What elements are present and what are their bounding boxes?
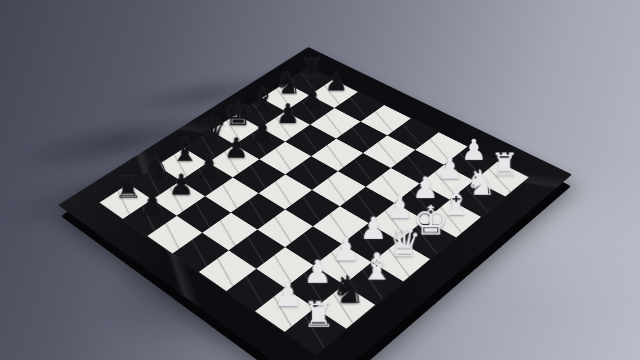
- square-d7[interactable]: ♟: [208, 145, 259, 178]
- black-knight-b8[interactable]: ♞: [135, 151, 180, 184]
- square-c8[interactable]: ♝: [157, 148, 208, 181]
- render-scene: ♜♞♝♛♚♝♞♜♟♟♟♟♟♟♟♟♟♟♟♟♟♟♟♟♜♞♝♛♚♝♞♜: [0, 0, 640, 360]
- square-g7[interactable]: ♟: [285, 95, 334, 124]
- perspective-container: ♜♞♝♛♚♝♞♜♟♟♟♟♟♟♟♟♟♟♟♟♟♟♟♟♜♞♝♛♚♝♞♜: [0, 0, 640, 360]
- square-e5[interactable]: [285, 156, 338, 190]
- square-f4[interactable]: [338, 153, 391, 187]
- chess-board: ♜♞♝♛♚♝♞♜♟♟♟♟♟♟♟♟♟♟♟♟♟♟♟♟♜♞♝♛♚♝♞♜: [100, 68, 529, 354]
- black-pawn-f7[interactable]: ♟: [267, 101, 310, 128]
- square-e6[interactable]: [259, 142, 311, 175]
- black-pawn-g7[interactable]: ♟: [291, 84, 333, 111]
- white-rook-a1[interactable]: ♜: [292, 297, 345, 333]
- black-queen-d8[interactable]: ♛: [190, 114, 234, 148]
- black-pawn-c7[interactable]: ♟: [187, 152, 232, 180]
- square-f6[interactable]: [285, 125, 336, 157]
- square-h7[interactable]: ♟: [310, 80, 358, 109]
- black-pawn-a7[interactable]: ♟: [129, 190, 176, 219]
- square-f8[interactable]: ♝: [236, 98, 285, 128]
- black-pawn-h7[interactable]: ♟: [316, 69, 358, 95]
- black-pawn-d7[interactable]: ♟: [214, 135, 258, 163]
- square-g5[interactable]: [336, 122, 387, 154]
- black-bishop-f8[interactable]: ♝: [242, 83, 284, 114]
- square-h6[interactable]: [335, 92, 384, 121]
- black-pawn-e7[interactable]: ♟: [241, 117, 285, 144]
- square-e8[interactable]: ♚: [211, 114, 261, 145]
- square-h8[interactable]: ♜: [285, 68, 333, 96]
- square-e7[interactable]: ♟: [235, 128, 286, 160]
- square-g6[interactable]: [310, 108, 360, 138]
- square-a1[interactable]: ♜: [285, 308, 346, 354]
- square-f5[interactable]: [311, 139, 363, 172]
- square-a7[interactable]: ♟: [123, 199, 177, 235]
- square-d8[interactable]: ♛: [184, 131, 234, 163]
- black-rook-h8[interactable]: ♜: [291, 55, 332, 83]
- camera-tilt-wrapper: ♜♞♝♛♚♝♞♜♟♟♟♟♟♟♟♟♟♟♟♟♟♟♟♟♜♞♝♛♚♝♞♜: [0, 0, 640, 360]
- square-c7[interactable]: ♟: [181, 162, 233, 196]
- square-g4[interactable]: [363, 135, 415, 168]
- square-h4[interactable]: [387, 118, 438, 149]
- square-d6[interactable]: [233, 159, 285, 193]
- square-h5[interactable]: [360, 105, 410, 135]
- black-knight-g8[interactable]: ♞: [267, 67, 309, 98]
- black-king-e8[interactable]: ♚: [217, 95, 260, 130]
- board-frame: ♜♞♝♛♚♝♞♜♟♟♟♟♟♟♟♟♟♟♟♟♟♟♟♟♜♞♝♛♚♝♞♜: [58, 47, 572, 360]
- square-g8[interactable]: ♞: [261, 83, 309, 112]
- square-f7[interactable]: ♟: [260, 111, 310, 142]
- black-bishop-c8[interactable]: ♝: [163, 133, 207, 166]
- square-b6[interactable]: [177, 196, 231, 232]
